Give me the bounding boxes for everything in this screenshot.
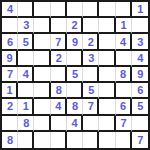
cell-r1c8[interactable]	[116, 2, 132, 18]
cell-r7c5[interactable]: 8	[67, 99, 83, 115]
cell-r8c6[interactable]	[83, 116, 99, 132]
given-digit: 4	[7, 4, 13, 15]
cell-r8c8[interactable]: 7	[116, 116, 132, 132]
given-digit: 9	[7, 53, 13, 64]
cell-r1c9[interactable]: 1	[132, 2, 148, 18]
cell-r5c2[interactable]: 4	[18, 67, 34, 83]
given-digit: 2	[7, 101, 13, 112]
given-digit: 7	[7, 69, 13, 80]
given-digit: 4	[23, 69, 29, 80]
given-digit: 5	[72, 69, 78, 80]
cell-r5c6[interactable]	[83, 67, 99, 83]
cell-r9c1[interactable]: 8	[2, 132, 18, 148]
cell-r7c2[interactable]: 1	[18, 99, 34, 115]
cell-r4c3[interactable]	[34, 51, 50, 67]
cell-r6c9[interactable]: 6	[132, 83, 148, 99]
cell-r2c5[interactable]: 2	[67, 18, 83, 34]
given-digit: 6	[137, 85, 143, 96]
cell-r8c9[interactable]	[132, 116, 148, 132]
cell-r9c9[interactable]: 7	[132, 132, 148, 148]
given-digit: 1	[7, 85, 13, 96]
given-digit: 3	[88, 53, 94, 64]
given-digit: 2	[88, 37, 94, 48]
cell-r3c7[interactable]	[99, 34, 115, 50]
cell-r8c1[interactable]	[2, 116, 18, 132]
cell-r4c2[interactable]	[18, 51, 34, 67]
cell-r9c2[interactable]	[18, 132, 34, 148]
cell-r6c1[interactable]: 1	[2, 83, 18, 99]
cell-r8c7[interactable]	[99, 116, 115, 132]
given-digit: 9	[137, 69, 143, 80]
cell-r5c5[interactable]: 5	[67, 67, 83, 83]
cell-r3c4[interactable]: 7	[51, 34, 67, 50]
cell-r9c5[interactable]	[67, 132, 83, 148]
cell-r8c2[interactable]: 8	[18, 116, 34, 132]
cell-r5c7[interactable]	[99, 67, 115, 83]
cell-r7c1[interactable]: 2	[2, 99, 18, 115]
cell-r2c4[interactable]	[51, 18, 67, 34]
sudoku-board: 4132165792439234745891856214876584787	[0, 0, 150, 150]
given-digit: 8	[7, 135, 13, 146]
cell-r2c1[interactable]	[2, 18, 18, 34]
cell-r1c1[interactable]: 4	[2, 2, 18, 18]
given-digit: 4	[55, 101, 61, 112]
cell-r8c3[interactable]	[34, 116, 50, 132]
cell-r5c9[interactable]: 9	[132, 67, 148, 83]
cell-r3c9[interactable]: 3	[132, 34, 148, 50]
cell-r3c8[interactable]: 4	[116, 34, 132, 50]
cell-r1c6[interactable]	[83, 2, 99, 18]
cell-r9c4[interactable]	[51, 132, 67, 148]
cell-r7c6[interactable]: 7	[83, 99, 99, 115]
given-digit: 8	[72, 101, 78, 112]
cell-r9c6[interactable]	[83, 132, 99, 148]
given-digit: 5	[88, 85, 94, 96]
cell-r1c3[interactable]	[34, 2, 50, 18]
cell-r7c4[interactable]: 4	[51, 99, 67, 115]
given-digit: 1	[137, 4, 143, 15]
given-digit: 5	[23, 37, 29, 48]
given-digit: 2	[56, 53, 62, 64]
cell-r4c8[interactable]	[116, 51, 132, 67]
cell-r7c7[interactable]	[99, 99, 115, 115]
given-digit: 4	[120, 37, 126, 48]
given-digit: 8	[56, 85, 62, 96]
cell-r3c2[interactable]: 5	[18, 34, 34, 50]
cell-r6c2[interactable]	[18, 83, 34, 99]
cell-r2c8[interactable]: 1	[116, 18, 132, 34]
cell-r4c6[interactable]: 3	[83, 51, 99, 67]
given-digit: 8	[120, 69, 126, 80]
cell-r6c6[interactable]: 5	[83, 83, 99, 99]
cell-r4c7[interactable]	[99, 51, 115, 67]
given-digit: 6	[7, 37, 13, 48]
given-digit: 6	[120, 101, 126, 112]
cell-r6c7[interactable]	[99, 83, 115, 99]
cell-r9c7[interactable]	[99, 132, 115, 148]
given-digit: 5	[137, 101, 143, 112]
given-digit: 9	[72, 37, 78, 48]
given-digit: 3	[137, 37, 143, 48]
cell-r1c2[interactable]	[18, 2, 34, 18]
given-digit: 7	[121, 118, 127, 129]
cell-r3c5[interactable]: 9	[67, 34, 83, 50]
cell-r4c4[interactable]: 2	[51, 51, 67, 67]
given-digit: 8	[23, 118, 29, 129]
cell-r6c5[interactable]	[67, 83, 83, 99]
cell-r7c8[interactable]: 6	[116, 99, 132, 115]
given-digit: 2	[71, 20, 77, 31]
given-digit: 4	[137, 53, 143, 64]
cell-r4c9[interactable]: 4	[132, 51, 148, 67]
cell-r1c5[interactable]	[67, 2, 83, 18]
cell-r6c4[interactable]: 8	[51, 83, 67, 99]
cell-r4c1[interactable]: 9	[2, 51, 18, 67]
given-digit: 7	[137, 135, 143, 146]
cell-r5c4[interactable]	[51, 67, 67, 83]
given-digit: 7	[55, 37, 61, 48]
cell-r5c8[interactable]: 8	[116, 67, 132, 83]
cell-r5c1[interactable]: 7	[2, 67, 18, 83]
cell-r1c7[interactable]	[99, 2, 115, 18]
cell-r6c3[interactable]	[34, 83, 50, 99]
given-digit: 3	[23, 20, 29, 31]
cell-r3c1[interactable]: 6	[2, 34, 18, 50]
cell-r8c4[interactable]	[51, 116, 67, 132]
given-digit: 4	[71, 118, 77, 129]
cell-r8c5[interactable]: 4	[67, 116, 83, 132]
cell-r5c3[interactable]	[34, 67, 50, 83]
cell-r2c7[interactable]	[99, 18, 115, 34]
given-digit: 1	[23, 101, 29, 112]
cell-r1c4[interactable]	[51, 2, 67, 18]
cell-r6c8[interactable]	[116, 83, 132, 99]
cell-r4c5[interactable]	[67, 51, 83, 67]
given-digit: 1	[121, 20, 127, 31]
cell-r2c3[interactable]	[34, 18, 50, 34]
cell-r2c9[interactable]	[132, 18, 148, 34]
cell-r9c8[interactable]	[116, 132, 132, 148]
cell-r3c6[interactable]: 2	[83, 34, 99, 50]
given-digit: 7	[88, 101, 94, 112]
cell-r2c6[interactable]	[83, 18, 99, 34]
cell-r9c3[interactable]	[34, 132, 50, 148]
cell-r2c2[interactable]: 3	[18, 18, 34, 34]
cell-r7c9[interactable]: 5	[132, 99, 148, 115]
cell-r7c3[interactable]	[34, 99, 50, 115]
cell-r3c3[interactable]	[34, 34, 50, 50]
